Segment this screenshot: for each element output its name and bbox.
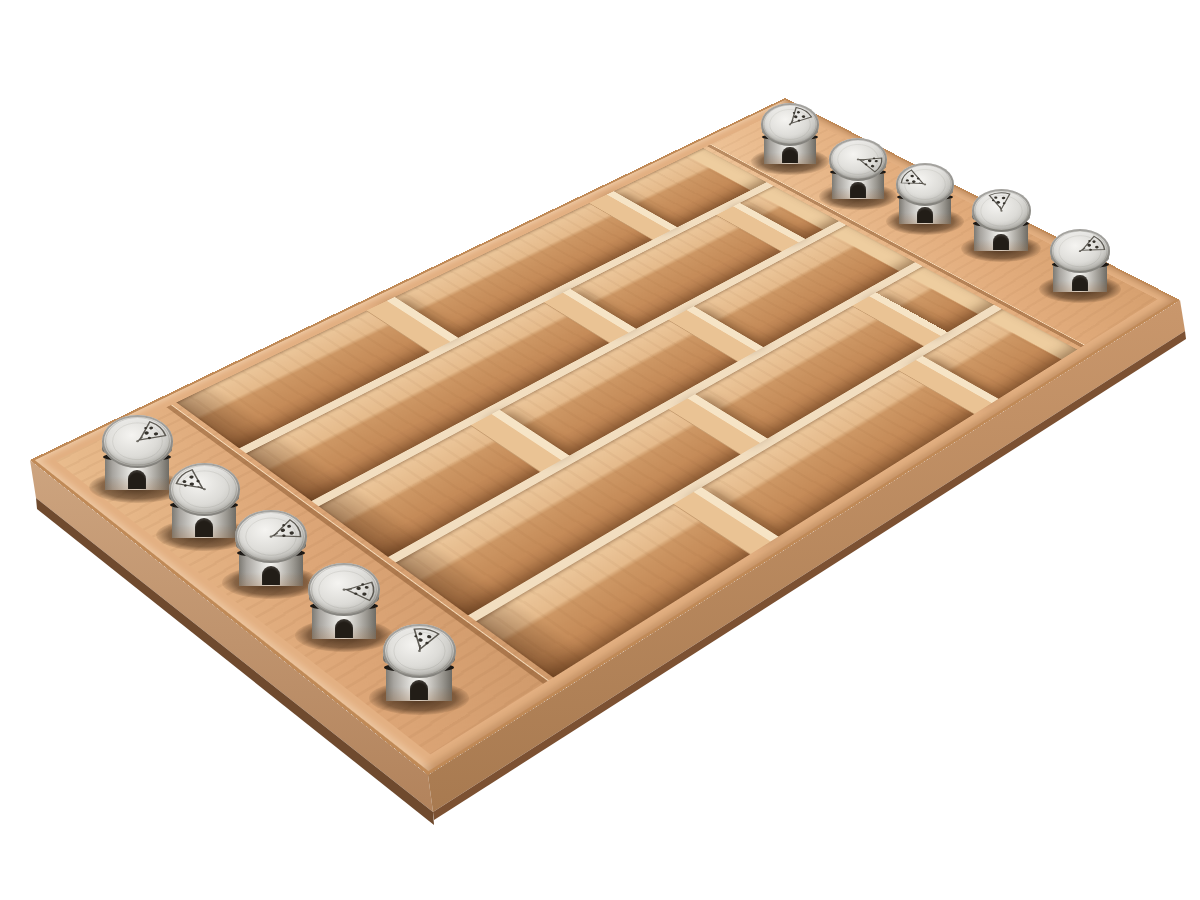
lid-wedge-pattern: [855, 152, 884, 172]
cross-divider: [668, 306, 763, 361]
jar-arch-cutout: [917, 207, 932, 223]
jar-arch-cutout: [850, 182, 865, 198]
jar-lid-top: [169, 463, 240, 516]
jar-arch-cutout: [128, 470, 146, 489]
product-photo-stage: { "scene": { "description": "Overhead-an…: [0, 0, 1200, 900]
jar-lid-top: [896, 163, 954, 206]
lid-wedge-pattern: [899, 169, 930, 191]
jar-arch-cutout: [195, 518, 213, 537]
jar-arch-cutout: [1072, 275, 1088, 291]
jar-lid-top: [235, 510, 307, 563]
lid-wedge-pattern: [1075, 235, 1107, 257]
lid-wedge-pattern: [989, 192, 1011, 211]
cross-divider: [588, 191, 676, 240]
jar-arch-cutout: [410, 680, 429, 700]
cross-divider: [716, 203, 806, 252]
lid-wedge-pattern: [343, 581, 375, 601]
jar-arch-cutout: [993, 234, 1008, 250]
cross-divider: [366, 297, 458, 352]
jar-arch-cutout: [262, 566, 281, 585]
lid-wedge-pattern: [407, 627, 439, 653]
jar-lid-top: [972, 189, 1031, 233]
jar-arch-cutout: [335, 619, 354, 638]
jar-lid-top: [102, 415, 173, 468]
jar-lid-top: [308, 563, 380, 616]
cross-divider: [898, 356, 998, 414]
cross-divider: [673, 488, 778, 555]
cross-divider: [668, 394, 768, 455]
jar-lid-top: [383, 624, 456, 678]
jar-arch-cutout: [782, 147, 797, 163]
cross-divider: [470, 410, 569, 472]
cross-divider: [543, 289, 636, 343]
jar-lid-top: [829, 138, 887, 181]
jar-lid-top: [1050, 229, 1110, 273]
cross-divider: [851, 293, 947, 347]
jar-lid-top: [761, 103, 819, 146]
